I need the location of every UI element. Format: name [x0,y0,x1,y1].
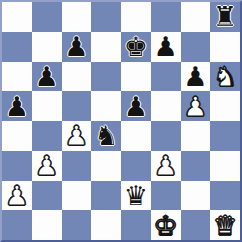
square-h5[interactable] [210,91,240,121]
square-c6[interactable] [62,62,92,92]
square-f1[interactable]: ♚ [151,210,181,240]
square-e7[interactable]: ♚ [121,32,151,62]
piece-black-pawn[interactable]: ♟ [183,63,207,90]
square-c1[interactable] [62,210,92,240]
piece-black-pawn[interactable]: ♟ [35,63,59,90]
square-e2[interactable]: ♛ [121,181,151,211]
square-a8[interactable] [2,2,32,32]
square-d7[interactable] [91,32,121,62]
piece-white-pawn[interactable]: ♟ [183,93,207,120]
square-b8[interactable] [32,2,62,32]
square-a5[interactable]: ♟ [2,91,32,121]
square-a2[interactable]: ♟ [2,181,32,211]
square-g8[interactable] [181,2,211,32]
square-c8[interactable] [62,2,92,32]
square-e6[interactable] [121,62,151,92]
square-a6[interactable] [2,62,32,92]
square-b6[interactable]: ♟ [32,62,62,92]
square-f8[interactable] [151,2,181,32]
square-h3[interactable] [210,151,240,181]
square-d4[interactable]: ♞ [91,121,121,151]
square-h7[interactable] [210,32,240,62]
piece-white-queen[interactable]: ♛ [213,212,237,239]
piece-black-pawn[interactable]: ♟ [154,33,178,60]
square-c3[interactable] [62,151,92,181]
piece-white-knight[interactable]: ♞ [213,63,237,90]
square-f6[interactable] [151,62,181,92]
square-d6[interactable] [91,62,121,92]
square-h6[interactable]: ♞ [210,62,240,92]
piece-black-pawn[interactable]: ♟ [64,33,88,60]
square-e5[interactable]: ♟ [121,91,151,121]
square-d3[interactable] [91,151,121,181]
square-d8[interactable] [91,2,121,32]
square-g2[interactable] [181,181,211,211]
piece-black-pawn[interactable]: ♟ [124,93,148,120]
square-b7[interactable] [32,32,62,62]
square-d2[interactable] [91,181,121,211]
square-g7[interactable] [181,32,211,62]
square-g4[interactable] [181,121,211,151]
square-f3[interactable]: ♟ [151,151,181,181]
square-c2[interactable] [62,181,92,211]
piece-black-queen[interactable]: ♛ [124,182,148,209]
square-f7[interactable]: ♟ [151,32,181,62]
square-c7[interactable]: ♟ [62,32,92,62]
piece-black-knight[interactable]: ♞ [94,122,118,149]
square-f5[interactable] [151,91,181,121]
square-e8[interactable] [121,2,151,32]
square-b1[interactable] [32,210,62,240]
piece-black-pawn[interactable]: ♟ [5,93,29,120]
square-e4[interactable] [121,121,151,151]
square-f4[interactable] [151,121,181,151]
square-e1[interactable] [121,210,151,240]
square-b3[interactable]: ♟ [32,151,62,181]
square-a1[interactable] [2,210,32,240]
square-b5[interactable] [32,91,62,121]
chess-board: ♜♟♚♟♟♟♞♟♟♟♟♞♟♟♟♛♚♛ [2,2,240,240]
piece-black-rook[interactable]: ♜ [213,3,237,30]
piece-white-pawn[interactable]: ♟ [154,152,178,179]
piece-white-pawn[interactable]: ♟ [35,152,59,179]
square-h4[interactable] [210,121,240,151]
square-b2[interactable] [32,181,62,211]
piece-white-pawn[interactable]: ♟ [5,182,29,209]
square-g3[interactable] [181,151,211,181]
square-g6[interactable]: ♟ [181,62,211,92]
square-c5[interactable] [62,91,92,121]
piece-black-king[interactable]: ♚ [124,33,148,60]
square-h1[interactable]: ♛ [210,210,240,240]
square-f2[interactable] [151,181,181,211]
square-g5[interactable]: ♟ [181,91,211,121]
square-d5[interactable] [91,91,121,121]
square-g1[interactable] [181,210,211,240]
square-b4[interactable] [32,121,62,151]
square-e3[interactable] [121,151,151,181]
chess-board-frame: ♜♟♚♟♟♟♞♟♟♟♟♞♟♟♟♛♚♛ [0,0,242,242]
square-a4[interactable] [2,121,32,151]
square-h8[interactable]: ♜ [210,2,240,32]
piece-white-pawn[interactable]: ♟ [64,122,88,149]
square-c4[interactable]: ♟ [62,121,92,151]
square-a7[interactable] [2,32,32,62]
square-d1[interactable] [91,210,121,240]
square-h2[interactable] [210,181,240,211]
square-a3[interactable] [2,151,32,181]
piece-white-king[interactable]: ♚ [154,212,178,239]
